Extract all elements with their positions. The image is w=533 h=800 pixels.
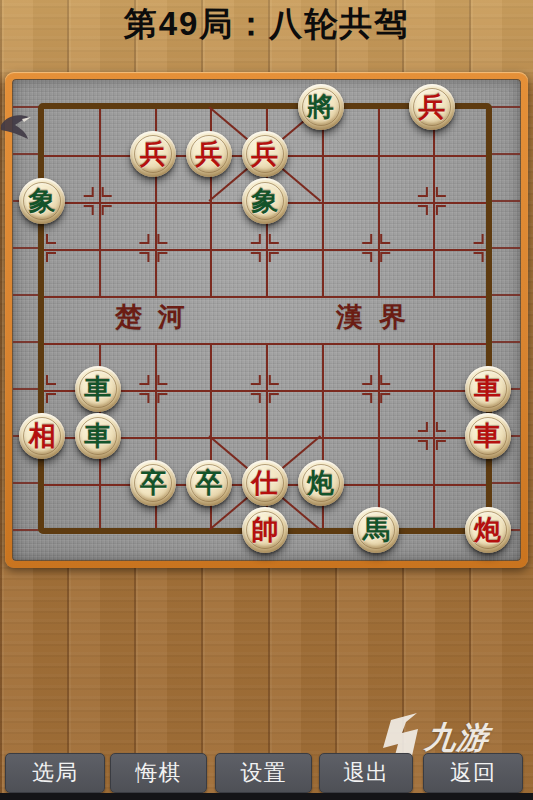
puzzle-title: 第49局：八轮共驾 [0,2,533,47]
piece-glyph: 車 [474,376,501,403]
xiangqi-board: 楚河 漢界 將兵兵兵兵象象車車相車車卒卒仕炮帥馬炮 [5,72,528,568]
piece-red-soldier[interactable]: 兵 [130,131,176,177]
piece-glyph: 帥 [251,517,278,544]
piece-red-advisor[interactable]: 仕 [242,460,288,506]
piece-green-general[interactable]: 將 [298,84,344,130]
piece-red-soldier[interactable]: 兵 [242,131,288,177]
back-button[interactable]: 返回 [423,753,523,793]
piece-red-soldier[interactable]: 兵 [186,131,232,177]
piece-red-general[interactable]: 帥 [242,507,288,553]
app-window: 第49局：八轮共驾 楚河 漢界 將兵兵兵兵象象車車相車車卒卒仕炮帥馬炮 九游 选… [0,0,533,800]
piece-glyph: 兵 [140,141,167,168]
board-line-stub [13,388,41,390]
bottom-strip [0,793,533,800]
piece-layer: 將兵兵兵兵象象車車相車車卒卒仕炮帥馬炮 [42,107,488,530]
piece-glyph: 將 [307,94,334,121]
piece-green-soldier[interactable]: 卒 [186,460,232,506]
board-line-stub [13,106,41,108]
board-line-stub [491,294,520,296]
piece-glyph: 卒 [140,470,167,497]
piece-green-elephant[interactable]: 象 [242,178,288,224]
piece-glyph: 仕 [251,470,278,497]
piece-glyph: 炮 [307,470,334,497]
piece-green-elephant[interactable]: 象 [19,178,65,224]
board-line-stub [13,341,41,343]
swallow-bird-icon [0,112,40,142]
piece-glyph: 卒 [196,470,223,497]
piece-glyph: 兵 [251,141,278,168]
exit-button[interactable]: 退出 [319,753,413,793]
piece-glyph: 車 [84,423,111,450]
board-line-stub [491,482,520,484]
piece-green-soldier[interactable]: 卒 [130,460,176,506]
piece-glyph: 象 [29,188,56,215]
board-line-stub [491,153,520,155]
undo-move-button[interactable]: 悔棋 [110,753,207,793]
piece-glyph: 車 [84,376,111,403]
piece-red-soldier[interactable]: 兵 [409,84,455,130]
piece-green-chariot[interactable]: 車 [75,366,121,412]
piece-red-chariot[interactable]: 車 [465,413,511,459]
board-line-stub [13,482,41,484]
piece-red-chariot[interactable]: 車 [465,366,511,412]
piece-green-horse[interactable]: 馬 [353,507,399,553]
board-line-stub [13,529,41,531]
board-line-stub [13,294,41,296]
piece-red-cannon[interactable]: 炮 [465,507,511,553]
piece-glyph: 馬 [363,517,390,544]
piece-green-chariot[interactable]: 車 [75,413,121,459]
select-game-button[interactable]: 选局 [5,753,105,793]
piece-glyph: 兵 [196,141,223,168]
board-line-stub [491,247,520,249]
piece-glyph: 車 [474,423,501,450]
piece-red-elephant[interactable]: 相 [19,413,65,459]
piece-glyph: 相 [29,423,56,450]
bottom-toolbar: 选局悔棋设置退出返回 [0,753,533,793]
board-line-stub [13,247,41,249]
board-line-stub [13,153,41,155]
board-line-stub [491,106,520,108]
board-line-stub [491,200,520,202]
settings-button[interactable]: 设置 [215,753,312,793]
piece-glyph: 象 [251,188,278,215]
board-line-stub [491,341,520,343]
piece-glyph: 兵 [418,94,445,121]
piece-green-cannon[interactable]: 炮 [298,460,344,506]
piece-glyph: 炮 [474,517,501,544]
